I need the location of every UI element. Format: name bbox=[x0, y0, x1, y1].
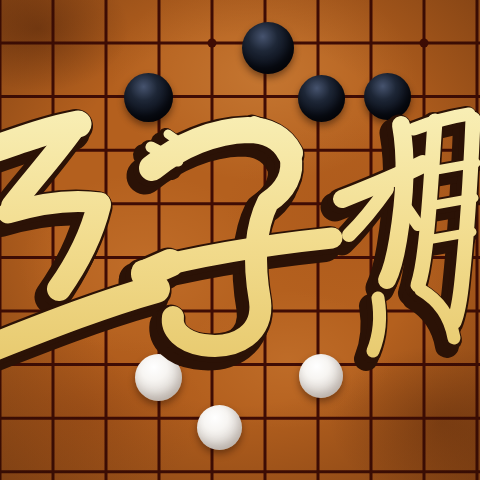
gomoku-splash: 五子棋 bbox=[0, 0, 480, 480]
white-stone[interactable] bbox=[197, 405, 242, 450]
stones-layer bbox=[0, 0, 480, 480]
white-stone[interactable] bbox=[299, 354, 343, 398]
black-stone[interactable] bbox=[364, 73, 411, 120]
black-stone[interactable] bbox=[124, 73, 173, 122]
black-stone[interactable] bbox=[242, 22, 294, 74]
black-stone[interactable] bbox=[298, 75, 345, 122]
white-stone[interactable] bbox=[135, 354, 182, 401]
